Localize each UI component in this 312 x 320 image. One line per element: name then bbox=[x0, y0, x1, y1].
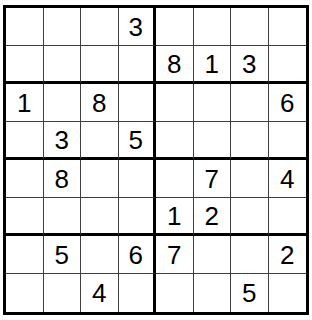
cell-r7c5[interactable]: 7 bbox=[156, 236, 194, 274]
cell-r2c1[interactable] bbox=[6, 46, 44, 84]
cell-r6c6[interactable]: 2 bbox=[194, 198, 232, 236]
cell-r3c1[interactable]: 1 bbox=[6, 84, 44, 122]
cell-r8c4[interactable] bbox=[119, 274, 157, 312]
cell-r1c4[interactable]: 3 bbox=[119, 8, 157, 46]
cell-r3c7[interactable] bbox=[231, 84, 269, 122]
cell-r8c7[interactable]: 5 bbox=[231, 274, 269, 312]
cell-r4c7[interactable] bbox=[231, 122, 269, 160]
cell-r1c6[interactable] bbox=[194, 8, 232, 46]
cell-r7c3[interactable] bbox=[81, 236, 119, 274]
cell-r1c8[interactable] bbox=[269, 8, 307, 46]
cell-r3c3[interactable]: 8 bbox=[81, 84, 119, 122]
cell-r5c6[interactable]: 7 bbox=[194, 160, 232, 198]
cell-r6c7[interactable] bbox=[231, 198, 269, 236]
cell-r7c6[interactable] bbox=[194, 236, 232, 274]
cell-r6c8[interactable] bbox=[269, 198, 307, 236]
cell-r8c3[interactable]: 4 bbox=[81, 274, 119, 312]
cell-r3c8[interactable]: 6 bbox=[269, 84, 307, 122]
cell-r3c5[interactable] bbox=[156, 84, 194, 122]
cell-r7c1[interactable] bbox=[6, 236, 44, 274]
cell-r1c3[interactable] bbox=[81, 8, 119, 46]
sudoku-board: 38131863587412567245 bbox=[3, 5, 309, 315]
cell-r6c2[interactable] bbox=[44, 198, 82, 236]
cell-r8c1[interactable] bbox=[6, 274, 44, 312]
cell-r6c3[interactable] bbox=[81, 198, 119, 236]
cell-r6c1[interactable] bbox=[6, 198, 44, 236]
cell-r5c8[interactable]: 4 bbox=[269, 160, 307, 198]
cell-r5c4[interactable] bbox=[119, 160, 157, 198]
cell-r6c4[interactable] bbox=[119, 198, 157, 236]
cell-r5c5[interactable] bbox=[156, 160, 194, 198]
cell-r1c5[interactable] bbox=[156, 8, 194, 46]
cell-r2c4[interactable] bbox=[119, 46, 157, 84]
page: 38131863587412567245 bbox=[0, 0, 312, 320]
cell-r1c2[interactable] bbox=[44, 8, 82, 46]
cell-r3c4[interactable] bbox=[119, 84, 157, 122]
cell-r6c5[interactable]: 1 bbox=[156, 198, 194, 236]
cell-r4c6[interactable] bbox=[194, 122, 232, 160]
cell-r5c7[interactable] bbox=[231, 160, 269, 198]
cell-r1c1[interactable] bbox=[6, 8, 44, 46]
cell-r4c8[interactable] bbox=[269, 122, 307, 160]
cell-r2c2[interactable] bbox=[44, 46, 82, 84]
cell-r4c3[interactable] bbox=[81, 122, 119, 160]
cell-r1c7[interactable] bbox=[231, 8, 269, 46]
cell-r5c2[interactable]: 8 bbox=[44, 160, 82, 198]
cell-r4c5[interactable] bbox=[156, 122, 194, 160]
cell-r4c4[interactable]: 5 bbox=[119, 122, 157, 160]
cell-r3c2[interactable] bbox=[44, 84, 82, 122]
cell-r7c8[interactable]: 2 bbox=[269, 236, 307, 274]
cell-r5c1[interactable] bbox=[6, 160, 44, 198]
cell-r7c4[interactable]: 6 bbox=[119, 236, 157, 274]
cell-r5c3[interactable] bbox=[81, 160, 119, 198]
cell-r8c8[interactable] bbox=[269, 274, 307, 312]
cell-r2c6[interactable]: 1 bbox=[194, 46, 232, 84]
cell-r2c5[interactable]: 8 bbox=[156, 46, 194, 84]
cell-r3c6[interactable] bbox=[194, 84, 232, 122]
cell-r7c2[interactable]: 5 bbox=[44, 236, 82, 274]
cell-r4c1[interactable] bbox=[6, 122, 44, 160]
cell-r4c2[interactable]: 3 bbox=[44, 122, 82, 160]
cell-r2c7[interactable]: 3 bbox=[231, 46, 269, 84]
cell-r2c8[interactable] bbox=[269, 46, 307, 84]
cell-r2c3[interactable] bbox=[81, 46, 119, 84]
cell-r8c6[interactable] bbox=[194, 274, 232, 312]
cell-r7c7[interactable] bbox=[231, 236, 269, 274]
cell-r8c5[interactable] bbox=[156, 274, 194, 312]
cell-r8c2[interactable] bbox=[44, 274, 82, 312]
